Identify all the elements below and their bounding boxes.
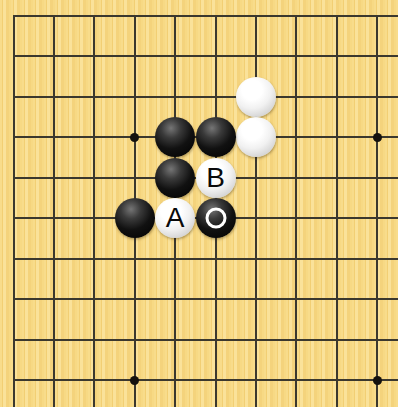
star-point bbox=[130, 133, 139, 142]
stone-white bbox=[236, 117, 276, 157]
grid-line-horizontal bbox=[13, 379, 399, 381]
go-diagram: BA bbox=[0, 0, 400, 407]
grid-line-vertical bbox=[13, 15, 15, 407]
stone-black bbox=[196, 117, 236, 157]
grid-line-vertical bbox=[336, 15, 338, 407]
grid-line-vertical bbox=[93, 15, 95, 407]
grid-line-horizontal bbox=[13, 96, 399, 98]
stone-white-label-a[interactable]: A bbox=[155, 198, 195, 238]
grid-line-horizontal bbox=[13, 15, 399, 17]
circle-marker-icon bbox=[205, 208, 226, 229]
star-point bbox=[130, 376, 139, 385]
grid-line-vertical bbox=[53, 15, 55, 407]
grid-line-horizontal bbox=[13, 339, 399, 341]
grid-line-vertical bbox=[255, 15, 257, 407]
grid-line-horizontal bbox=[13, 55, 399, 57]
star-point bbox=[373, 133, 382, 142]
go-board[interactable]: BA bbox=[0, 0, 398, 407]
star-point bbox=[373, 376, 382, 385]
stone-white bbox=[236, 77, 276, 117]
grid-line-vertical bbox=[295, 15, 297, 407]
stone-label: B bbox=[196, 158, 236, 198]
grid-line-horizontal bbox=[13, 298, 399, 300]
stone-black bbox=[115, 198, 155, 238]
stone-black-marked bbox=[196, 198, 236, 238]
stone-black bbox=[155, 117, 195, 157]
grid-line-vertical bbox=[376, 15, 378, 407]
stone-white-label-b[interactable]: B bbox=[196, 158, 236, 198]
grid-line-horizontal bbox=[13, 258, 399, 260]
stone-label: A bbox=[155, 198, 195, 238]
stone-black bbox=[155, 158, 195, 198]
